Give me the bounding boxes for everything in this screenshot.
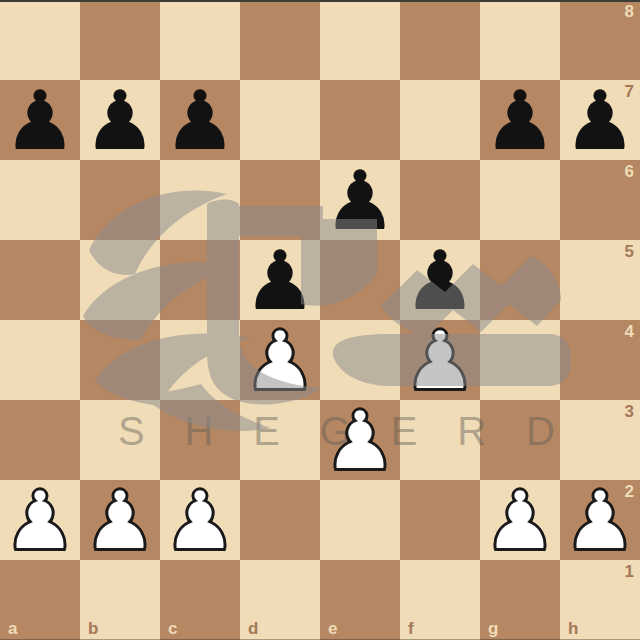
square-a1[interactable]: a bbox=[0, 560, 80, 640]
square-h7[interactable]: 7♟ bbox=[560, 80, 640, 160]
file-label-e: e bbox=[328, 620, 337, 637]
square-f2[interactable] bbox=[400, 480, 480, 560]
square-b8[interactable] bbox=[80, 0, 160, 80]
square-h6[interactable]: 6 bbox=[560, 160, 640, 240]
rank-label-5: 5 bbox=[625, 243, 634, 260]
square-c7[interactable]: ♟ bbox=[160, 80, 240, 160]
square-h5[interactable]: 5 bbox=[560, 240, 640, 320]
white-pawn-a2[interactable]: ♟ bbox=[3, 481, 77, 561]
square-a7[interactable]: ♟ bbox=[0, 80, 80, 160]
square-e7[interactable] bbox=[320, 80, 400, 160]
square-d6[interactable] bbox=[240, 160, 320, 240]
square-h1[interactable]: 1h bbox=[560, 560, 640, 640]
square-g1[interactable]: g bbox=[480, 560, 560, 640]
square-f3[interactable] bbox=[400, 400, 480, 480]
square-f7[interactable] bbox=[400, 80, 480, 160]
square-b6[interactable] bbox=[80, 160, 160, 240]
file-label-d: d bbox=[248, 620, 258, 637]
square-f4[interactable]: ♟ bbox=[400, 320, 480, 400]
white-pawn-e3[interactable]: ♟ bbox=[323, 401, 397, 481]
file-label-b: b bbox=[88, 620, 98, 637]
square-f8[interactable] bbox=[400, 0, 480, 80]
white-pawn-g2[interactable]: ♟ bbox=[483, 481, 557, 561]
file-label-h: h bbox=[568, 620, 578, 637]
square-c2[interactable]: ♟ bbox=[160, 480, 240, 560]
black-pawn-c7[interactable]: ♟ bbox=[163, 81, 237, 161]
rank-label-4: 4 bbox=[625, 323, 634, 340]
file-label-a: a bbox=[8, 620, 17, 637]
rank-label-8: 8 bbox=[625, 3, 634, 20]
square-e8[interactable] bbox=[320, 0, 400, 80]
chess-board-screenshot: 8♟♟♟♟7♟♟6♟♟5♟♟4♟3♟♟♟♟2♟abcdefg1h SHEGERD bbox=[0, 0, 640, 640]
square-c8[interactable] bbox=[160, 0, 240, 80]
square-g4[interactable] bbox=[480, 320, 560, 400]
square-g5[interactable] bbox=[480, 240, 560, 320]
board-top-border bbox=[0, 0, 640, 2]
black-pawn-f5[interactable]: ♟ bbox=[403, 241, 477, 321]
chess-board[interactable]: 8♟♟♟♟7♟♟6♟♟5♟♟4♟3♟♟♟♟2♟abcdefg1h bbox=[0, 0, 640, 640]
square-b2[interactable]: ♟ bbox=[80, 480, 160, 560]
square-d3[interactable] bbox=[240, 400, 320, 480]
square-a6[interactable] bbox=[0, 160, 80, 240]
square-e2[interactable] bbox=[320, 480, 400, 560]
square-e5[interactable] bbox=[320, 240, 400, 320]
square-b7[interactable]: ♟ bbox=[80, 80, 160, 160]
square-f5[interactable]: ♟ bbox=[400, 240, 480, 320]
rank-label-3: 3 bbox=[625, 403, 634, 420]
square-c6[interactable] bbox=[160, 160, 240, 240]
rank-label-1: 1 bbox=[625, 563, 634, 580]
black-pawn-a7[interactable]: ♟ bbox=[3, 81, 77, 161]
square-g3[interactable] bbox=[480, 400, 560, 480]
rank-label-2: 2 bbox=[625, 483, 634, 500]
square-d8[interactable] bbox=[240, 0, 320, 80]
square-d4[interactable]: ♟ bbox=[240, 320, 320, 400]
square-c1[interactable]: c bbox=[160, 560, 240, 640]
square-h8[interactable]: 8 bbox=[560, 0, 640, 80]
square-a4[interactable] bbox=[0, 320, 80, 400]
white-pawn-d4[interactable]: ♟ bbox=[243, 321, 317, 401]
square-g2[interactable]: ♟ bbox=[480, 480, 560, 560]
square-b1[interactable]: b bbox=[80, 560, 160, 640]
black-pawn-b7[interactable]: ♟ bbox=[83, 81, 157, 161]
rank-label-6: 6 bbox=[625, 163, 634, 180]
rank-label-7: 7 bbox=[625, 83, 634, 100]
square-a2[interactable]: ♟ bbox=[0, 480, 80, 560]
square-a8[interactable] bbox=[0, 0, 80, 80]
square-h4[interactable]: 4 bbox=[560, 320, 640, 400]
square-g6[interactable] bbox=[480, 160, 560, 240]
black-pawn-d5[interactable]: ♟ bbox=[243, 241, 317, 321]
square-a5[interactable] bbox=[0, 240, 80, 320]
file-label-g: g bbox=[488, 620, 498, 637]
square-b3[interactable] bbox=[80, 400, 160, 480]
square-e6[interactable]: ♟ bbox=[320, 160, 400, 240]
square-h3[interactable]: 3 bbox=[560, 400, 640, 480]
square-d7[interactable] bbox=[240, 80, 320, 160]
square-e3[interactable]: ♟ bbox=[320, 400, 400, 480]
square-a3[interactable] bbox=[0, 400, 80, 480]
square-b4[interactable] bbox=[80, 320, 160, 400]
black-pawn-e6[interactable]: ♟ bbox=[323, 161, 397, 241]
square-g7[interactable]: ♟ bbox=[480, 80, 560, 160]
square-c4[interactable] bbox=[160, 320, 240, 400]
square-e1[interactable]: e bbox=[320, 560, 400, 640]
square-b5[interactable] bbox=[80, 240, 160, 320]
square-f6[interactable] bbox=[400, 160, 480, 240]
square-e4[interactable] bbox=[320, 320, 400, 400]
square-c3[interactable] bbox=[160, 400, 240, 480]
square-d2[interactable] bbox=[240, 480, 320, 560]
white-pawn-c2[interactable]: ♟ bbox=[163, 481, 237, 561]
black-pawn-g7[interactable]: ♟ bbox=[483, 81, 557, 161]
square-d1[interactable]: d bbox=[240, 560, 320, 640]
square-c5[interactable] bbox=[160, 240, 240, 320]
white-pawn-f4[interactable]: ♟ bbox=[403, 321, 477, 401]
white-pawn-b2[interactable]: ♟ bbox=[83, 481, 157, 561]
file-label-f: f bbox=[408, 620, 414, 637]
square-d5[interactable]: ♟ bbox=[240, 240, 320, 320]
square-g8[interactable] bbox=[480, 0, 560, 80]
file-label-c: c bbox=[168, 620, 177, 637]
square-h2[interactable]: 2♟ bbox=[560, 480, 640, 560]
square-f1[interactable]: f bbox=[400, 560, 480, 640]
